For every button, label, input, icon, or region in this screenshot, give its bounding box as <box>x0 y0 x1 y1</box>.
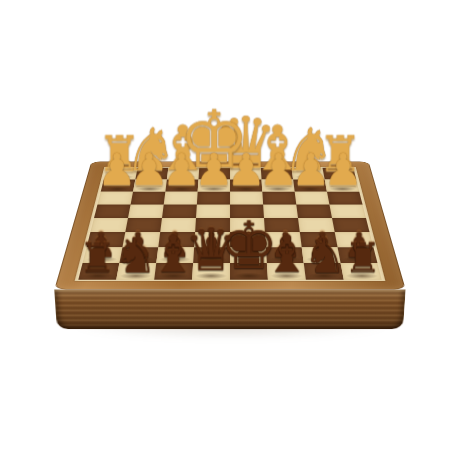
square-d3 <box>230 192 263 205</box>
piece-contact-shadow <box>308 273 340 279</box>
square-e4 <box>196 205 230 218</box>
square-g6 <box>122 232 160 247</box>
square-h2: ♟ <box>101 180 136 192</box>
square-h6 <box>87 232 126 247</box>
square-c4 <box>263 205 298 218</box>
piece-contact-shadow <box>306 256 337 262</box>
piece-contact-shadow <box>120 273 152 279</box>
square-b2: ♟ <box>293 180 327 192</box>
square-b5 <box>298 218 335 232</box>
square-c8: ♝ <box>267 263 306 280</box>
piece-contact-shadow <box>270 256 301 262</box>
piece-contact-shadow <box>168 187 195 192</box>
square-c5 <box>264 218 300 232</box>
square-d2: ♟ <box>230 180 262 192</box>
square-c2: ♟ <box>262 180 295 192</box>
piece-black-queen: ♛ <box>165 221 256 280</box>
square-e6 <box>194 232 230 247</box>
square-f2: ♟ <box>165 180 198 192</box>
piece-contact-shadow <box>138 175 165 180</box>
square-g5 <box>125 218 162 232</box>
piece-contact-shadow <box>160 256 191 262</box>
square-c6 <box>265 232 302 247</box>
piece-contact-shadow <box>295 175 322 180</box>
piece-contact-shadow <box>107 175 134 180</box>
piece-contact-shadow <box>297 187 324 192</box>
piece-contact-shadow <box>233 256 263 262</box>
piece-contact-shadow <box>233 273 264 279</box>
square-f8: ♝ <box>154 263 193 280</box>
square-a6 <box>335 232 374 247</box>
square-e3 <box>197 192 230 205</box>
square-d4 <box>230 205 264 218</box>
square-h4 <box>94 205 131 218</box>
square-e7: ♟ <box>193 247 230 263</box>
square-g7: ♟ <box>119 247 158 263</box>
piece-contact-shadow <box>265 187 292 192</box>
piece-contact-shadow <box>346 273 378 279</box>
board-front-face <box>54 289 405 329</box>
piece-contact-shadow <box>233 175 259 180</box>
square-b1: ♞ <box>292 168 325 180</box>
piece-contact-shadow <box>123 256 154 262</box>
piece-contact-shadow <box>82 273 114 279</box>
chess-board-box: ♜♞♝♚♛♝♞♜♟♟♟♟♟♟♟♟♟♟♟♟♟♟♟♟♜♞♝♛♚♝♞♜ <box>54 162 405 290</box>
square-b6 <box>300 232 338 247</box>
square-g4 <box>128 205 164 218</box>
piece-contact-shadow <box>329 187 357 192</box>
piece-contact-shadow <box>196 256 226 262</box>
square-f5 <box>160 218 196 232</box>
piece-contact-shadow <box>104 187 132 192</box>
piece-contact-shadow <box>136 187 163 192</box>
piece-contact-shadow <box>195 273 226 279</box>
square-e2: ♟ <box>198 180 230 192</box>
piece-contact-shadow <box>201 187 228 192</box>
square-d7: ♟ <box>230 247 267 263</box>
square-d5 <box>230 218 265 232</box>
square-b4 <box>296 205 332 218</box>
square-a1: ♜ <box>322 168 356 180</box>
square-f4 <box>162 205 197 218</box>
square-b8: ♞ <box>304 263 344 280</box>
square-c3 <box>262 192 296 205</box>
piece-contact-shadow <box>264 175 290 180</box>
square-h8: ♜ <box>78 263 119 280</box>
square-a7: ♟ <box>338 247 378 263</box>
square-b7: ♟ <box>302 247 341 263</box>
square-a3 <box>327 192 363 205</box>
square-a4 <box>329 205 366 218</box>
square-h7: ♟ <box>83 247 123 263</box>
square-f6 <box>158 232 195 247</box>
piece-contact-shadow <box>233 187 260 192</box>
board-squares-grid: ♜♞♝♚♛♝♞♜♟♟♟♟♟♟♟♟♟♟♟♟♟♟♟♟♜♞♝♛♚♝♞♜ <box>78 168 381 280</box>
piece-contact-shadow <box>170 175 196 180</box>
square-e1: ♚ <box>198 168 230 180</box>
square-d8: ♚ <box>230 263 268 280</box>
square-h5 <box>90 218 128 232</box>
square-h3 <box>97 192 133 205</box>
square-g1: ♞ <box>135 168 168 180</box>
piece-contact-shadow <box>201 175 227 180</box>
square-a5 <box>332 218 370 232</box>
square-e8: ♛ <box>192 263 230 280</box>
piece-contact-shadow <box>326 175 353 180</box>
square-h1: ♜ <box>104 168 138 180</box>
square-a8: ♜ <box>341 263 382 280</box>
board-inner-border: ♜♞♝♚♛♝♞♜♟♟♟♟♟♟♟♟♟♟♟♟♟♟♟♟♜♞♝♛♚♝♞♜ <box>75 167 386 281</box>
piece-contact-shadow <box>343 256 375 262</box>
square-c7: ♟ <box>266 247 304 263</box>
square-e5 <box>195 218 230 232</box>
square-g3 <box>131 192 166 205</box>
square-g8: ♞ <box>116 263 156 280</box>
square-f1: ♝ <box>167 168 199 180</box>
square-c1: ♝ <box>261 168 293 180</box>
piece-contact-shadow <box>271 273 303 279</box>
square-f7: ♟ <box>156 247 194 263</box>
product-photo: ♜♞♝♚♛♝♞♜♟♟♟♟♟♟♟♟♟♟♟♟♟♟♟♟♜♞♝♛♚♝♞♜ <box>0 0 455 455</box>
square-d1: ♛ <box>230 168 262 180</box>
square-b3 <box>295 192 330 205</box>
square-a2: ♟ <box>325 180 360 192</box>
piece-contact-shadow <box>86 256 118 262</box>
square-f3 <box>164 192 198 205</box>
piece-contact-shadow <box>158 273 190 279</box>
square-g2: ♟ <box>133 180 167 192</box>
square-d6 <box>230 232 266 247</box>
